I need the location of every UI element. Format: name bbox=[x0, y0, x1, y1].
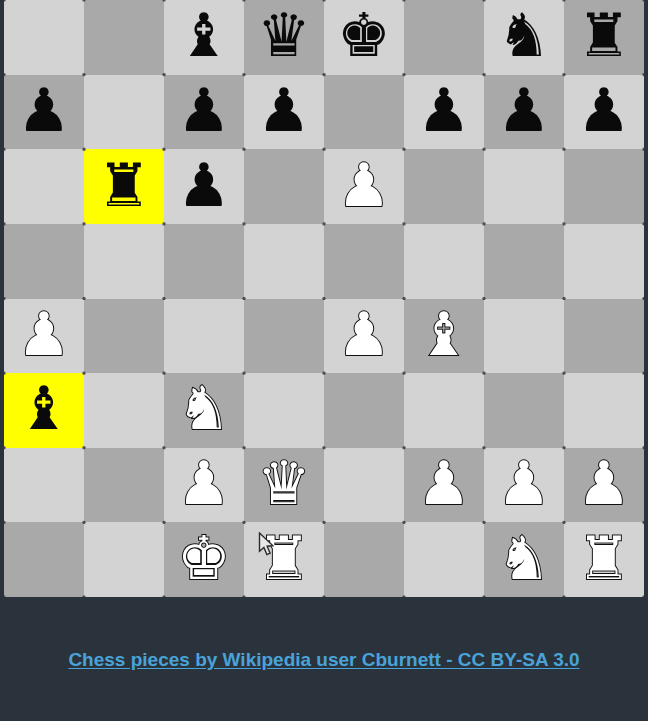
square-b4[interactable] bbox=[84, 299, 164, 374]
square-e8[interactable]: ♚ bbox=[324, 0, 404, 75]
square-b8[interactable] bbox=[84, 0, 164, 75]
square-e4[interactable]: ♟ bbox=[324, 299, 404, 374]
black-pawn[interactable]: ♟ bbox=[577, 73, 631, 151]
square-a5[interactable] bbox=[4, 224, 84, 299]
square-e3[interactable] bbox=[324, 373, 404, 448]
square-d2[interactable]: ♛ bbox=[244, 448, 324, 523]
square-g3[interactable] bbox=[484, 373, 564, 448]
square-f3[interactable] bbox=[404, 373, 484, 448]
square-a7[interactable]: ♟ bbox=[4, 75, 84, 150]
square-g8[interactable]: ♞ bbox=[484, 0, 564, 75]
white-pawn[interactable]: ♟ bbox=[177, 446, 231, 524]
square-h5[interactable] bbox=[564, 224, 644, 299]
black-pawn[interactable]: ♟ bbox=[17, 73, 71, 151]
square-c2[interactable]: ♟ bbox=[164, 448, 244, 523]
square-h6[interactable] bbox=[564, 149, 644, 224]
square-a4[interactable]: ♟ bbox=[4, 299, 84, 374]
white-rook[interactable]: ♜ bbox=[257, 521, 311, 599]
square-g7[interactable]: ♟ bbox=[484, 75, 564, 150]
black-rook[interactable]: ♜ bbox=[577, 0, 631, 76]
white-pawn[interactable]: ♟ bbox=[337, 297, 391, 375]
square-g1[interactable]: ♞ bbox=[484, 522, 564, 597]
black-bishop[interactable]: ♝ bbox=[177, 0, 231, 76]
credit-link[interactable]: Chess pieces by Wikipedia user Cburnett … bbox=[68, 649, 579, 670]
white-bishop[interactable]: ♝ bbox=[417, 297, 471, 375]
black-pawn[interactable]: ♟ bbox=[257, 73, 311, 151]
square-a1[interactable] bbox=[4, 522, 84, 597]
white-rook[interactable]: ♜ bbox=[577, 521, 631, 599]
white-pawn[interactable]: ♟ bbox=[417, 446, 471, 524]
square-b6[interactable]: ♜ bbox=[84, 149, 164, 224]
square-e2[interactable] bbox=[324, 448, 404, 523]
square-f4[interactable]: ♝ bbox=[404, 299, 484, 374]
square-g4[interactable] bbox=[484, 299, 564, 374]
square-g2[interactable]: ♟ bbox=[484, 448, 564, 523]
square-e7[interactable] bbox=[324, 75, 404, 150]
square-d3[interactable] bbox=[244, 373, 324, 448]
white-knight[interactable]: ♞ bbox=[497, 521, 551, 599]
square-c1[interactable]: ♚ bbox=[164, 522, 244, 597]
square-h7[interactable]: ♟ bbox=[564, 75, 644, 150]
square-f2[interactable]: ♟ bbox=[404, 448, 484, 523]
square-a3[interactable]: ♝ bbox=[4, 373, 84, 448]
white-pawn[interactable]: ♟ bbox=[577, 446, 631, 524]
square-g5[interactable] bbox=[484, 224, 564, 299]
white-queen[interactable]: ♛ bbox=[257, 446, 311, 524]
square-b1[interactable] bbox=[84, 522, 164, 597]
chess-board: ♝♛♚♞♜♟♟♟♟♟♟♜♟♟♟♟♝♝♞♟♛♟♟♟♚♜♞♜ bbox=[4, 0, 644, 597]
square-b3[interactable] bbox=[84, 373, 164, 448]
square-c5[interactable] bbox=[164, 224, 244, 299]
square-e6[interactable]: ♟ bbox=[324, 149, 404, 224]
white-knight[interactable]: ♞ bbox=[177, 371, 231, 449]
square-a8[interactable] bbox=[4, 0, 84, 75]
square-d4[interactable] bbox=[244, 299, 324, 374]
square-f5[interactable] bbox=[404, 224, 484, 299]
black-pawn[interactable]: ♟ bbox=[497, 73, 551, 151]
square-a2[interactable] bbox=[4, 448, 84, 523]
square-c7[interactable]: ♟ bbox=[164, 75, 244, 150]
white-pawn[interactable]: ♟ bbox=[17, 297, 71, 375]
square-c8[interactable]: ♝ bbox=[164, 0, 244, 75]
square-d1[interactable]: ♜ bbox=[244, 522, 324, 597]
square-h3[interactable] bbox=[564, 373, 644, 448]
square-h8[interactable]: ♜ bbox=[564, 0, 644, 75]
black-rook[interactable]: ♜ bbox=[97, 148, 151, 226]
square-f1[interactable] bbox=[404, 522, 484, 597]
square-d6[interactable] bbox=[244, 149, 324, 224]
square-e1[interactable] bbox=[324, 522, 404, 597]
square-b5[interactable] bbox=[84, 224, 164, 299]
square-h2[interactable]: ♟ bbox=[564, 448, 644, 523]
white-king[interactable]: ♚ bbox=[177, 521, 231, 599]
square-f6[interactable] bbox=[404, 149, 484, 224]
square-f7[interactable]: ♟ bbox=[404, 75, 484, 150]
black-queen[interactable]: ♛ bbox=[257, 0, 311, 76]
square-d8[interactable]: ♛ bbox=[244, 0, 324, 75]
black-pawn[interactable]: ♟ bbox=[177, 148, 231, 226]
square-d7[interactable]: ♟ bbox=[244, 75, 324, 150]
square-h4[interactable] bbox=[564, 299, 644, 374]
square-d5[interactable] bbox=[244, 224, 324, 299]
black-pawn[interactable]: ♟ bbox=[417, 73, 471, 151]
square-b7[interactable] bbox=[84, 75, 164, 150]
black-king[interactable]: ♚ bbox=[337, 0, 391, 76]
black-knight[interactable]: ♞ bbox=[497, 0, 551, 76]
square-f8[interactable] bbox=[404, 0, 484, 75]
square-g6[interactable] bbox=[484, 149, 564, 224]
square-a6[interactable] bbox=[4, 149, 84, 224]
square-c6[interactable]: ♟ bbox=[164, 149, 244, 224]
white-pawn[interactable]: ♟ bbox=[497, 446, 551, 524]
square-e5[interactable] bbox=[324, 224, 404, 299]
white-pawn[interactable]: ♟ bbox=[337, 148, 391, 226]
footer: Chess pieces by Wikipedia user Cburnett … bbox=[0, 649, 648, 671]
black-pawn[interactable]: ♟ bbox=[177, 73, 231, 151]
square-c4[interactable] bbox=[164, 299, 244, 374]
square-c3[interactable]: ♞ bbox=[164, 373, 244, 448]
square-h1[interactable]: ♜ bbox=[564, 522, 644, 597]
square-b2[interactable] bbox=[84, 448, 164, 523]
black-bishop[interactable]: ♝ bbox=[17, 371, 71, 449]
